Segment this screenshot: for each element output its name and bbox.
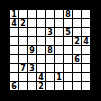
cell-r7c5[interactable]: [46, 64, 55, 73]
cell-r2c7[interactable]: [64, 19, 73, 28]
cell-r7c7[interactable]: [64, 64, 73, 73]
cell-r7c1[interactable]: [10, 64, 19, 73]
cell-r1c1[interactable]: 1: [10, 10, 19, 19]
cell-r2c5[interactable]: [46, 19, 55, 28]
cell-r7c4[interactable]: [37, 64, 46, 73]
sudoku-board: 18423524986734162: [8, 8, 93, 93]
cell-r8c5[interactable]: [46, 73, 55, 82]
cell-r8c7[interactable]: [64, 73, 73, 82]
cell-r2c1[interactable]: 4: [10, 19, 19, 28]
cell-r4c4[interactable]: [37, 37, 46, 46]
cell-r8c2[interactable]: [19, 73, 28, 82]
cell-r8c8[interactable]: [73, 73, 82, 82]
cell-r1c7[interactable]: 8: [64, 10, 73, 19]
cell-r4c9[interactable]: 4: [82, 37, 90, 46]
cell-r1c2[interactable]: [19, 10, 28, 19]
cell-r2c9[interactable]: [82, 19, 90, 28]
cell-r5c1[interactable]: [10, 46, 19, 55]
cell-r4c7[interactable]: [64, 37, 73, 46]
cell-r8c1[interactable]: [10, 73, 19, 82]
cell-r9c8[interactable]: [73, 82, 82, 90]
cell-r5c2[interactable]: [19, 46, 28, 55]
sudoku-page: 18423524986734162: [0, 0, 101, 101]
cell-r4c5[interactable]: [46, 37, 55, 46]
cell-r9c9[interactable]: [82, 82, 90, 90]
cell-r9c5[interactable]: [46, 82, 55, 90]
cell-r4c1[interactable]: [10, 37, 19, 46]
cell-r1c4[interactable]: [37, 10, 46, 19]
cell-r9c7[interactable]: [64, 82, 73, 90]
cell-r8c9[interactable]: [82, 73, 90, 82]
cell-r1c5[interactable]: [46, 10, 55, 19]
cell-r8c4[interactable]: 4: [37, 73, 46, 82]
cell-r2c2[interactable]: 2: [19, 19, 28, 28]
cell-r7c2[interactable]: 7: [19, 64, 28, 73]
cell-r5c5[interactable]: 8: [46, 46, 55, 55]
cell-r5c8[interactable]: [73, 46, 82, 55]
cell-r5c9[interactable]: [82, 46, 90, 55]
cell-r2c4[interactable]: [37, 19, 46, 28]
cell-r4c8[interactable]: 2: [73, 37, 82, 46]
cell-r9c4[interactable]: 2: [37, 82, 46, 90]
cell-r5c7[interactable]: [64, 46, 73, 55]
cell-r4c2[interactable]: [19, 37, 28, 46]
cell-r1c9[interactable]: [82, 10, 90, 19]
cell-r1c8[interactable]: [73, 10, 82, 19]
cell-r7c8[interactable]: [73, 64, 82, 73]
cell-r9c2[interactable]: [19, 82, 28, 90]
cell-r7c9[interactable]: [82, 64, 90, 73]
cell-r5c4[interactable]: [37, 46, 46, 55]
cell-r9c1[interactable]: 6: [10, 82, 19, 90]
cell-r2c8[interactable]: [73, 19, 82, 28]
